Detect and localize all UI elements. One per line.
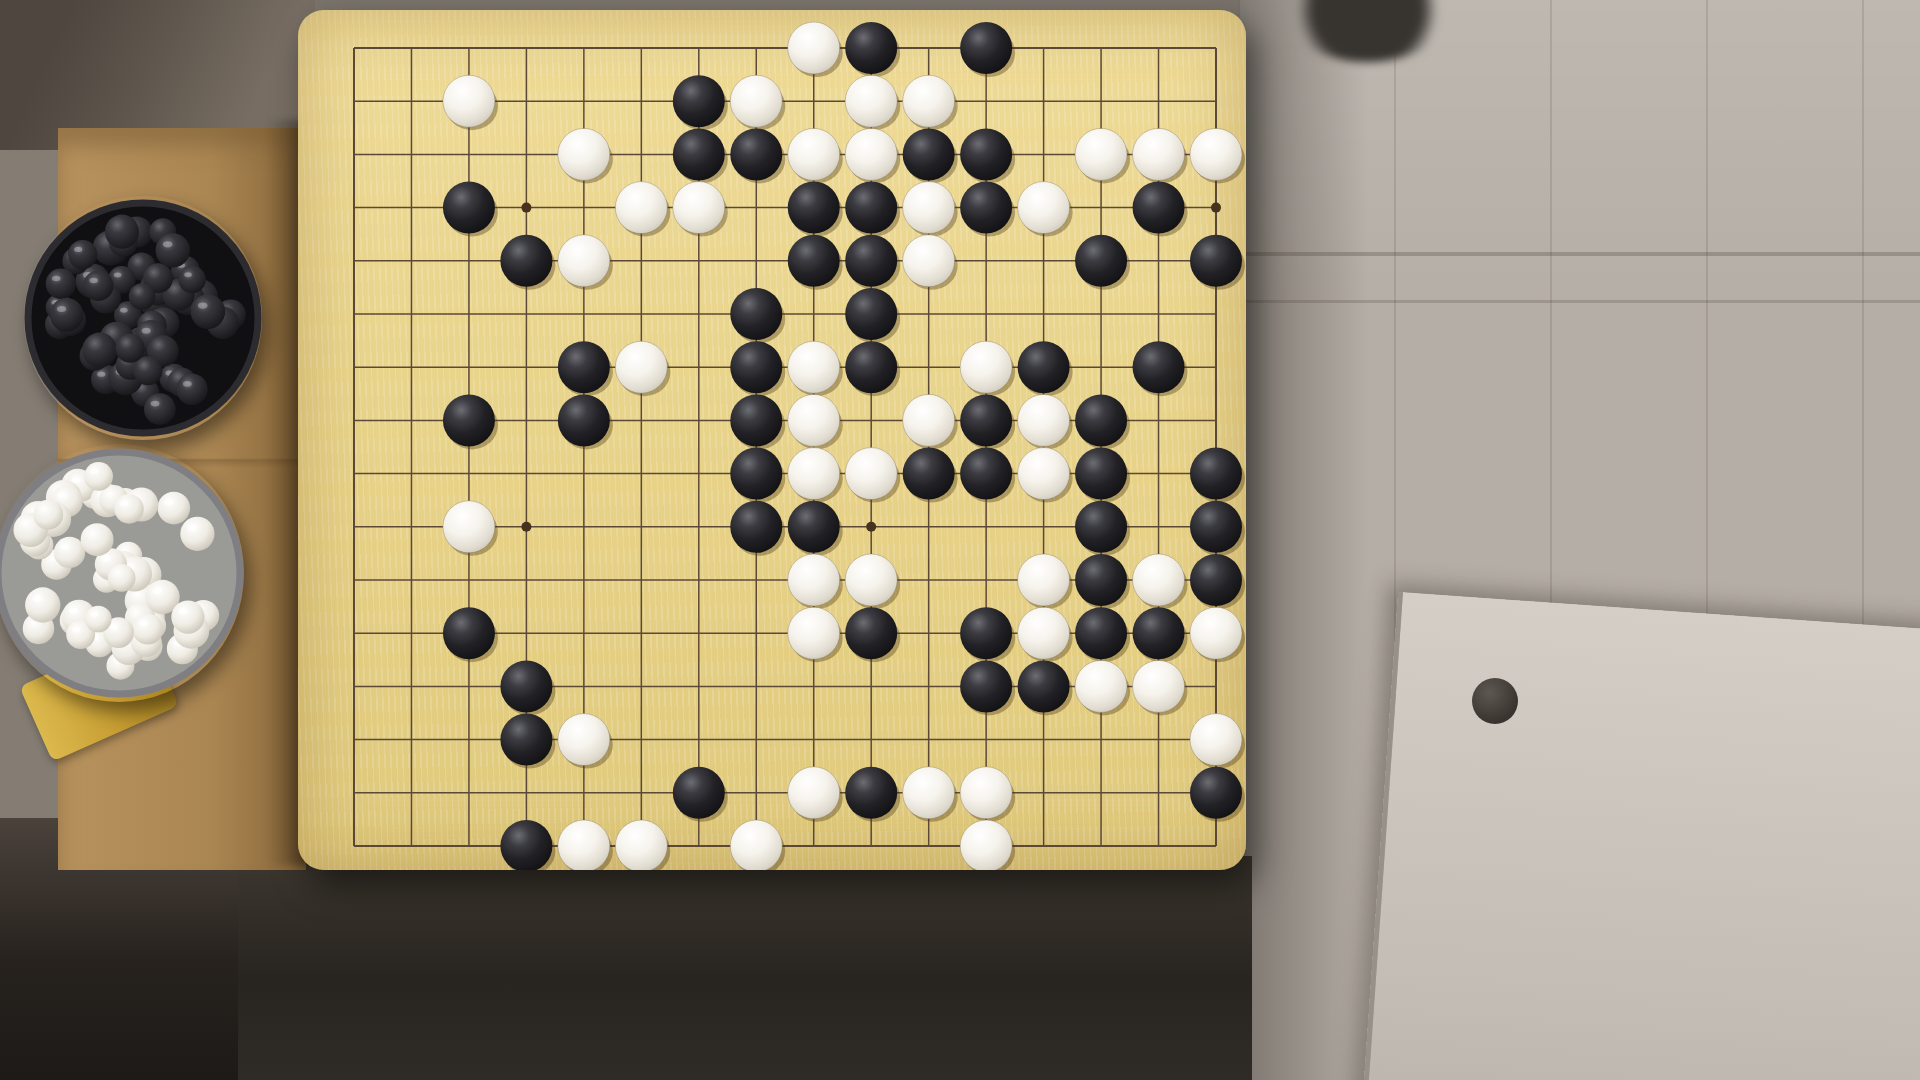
white-stone-in-bowl (114, 494, 144, 524)
black-stone[interactable] (1190, 767, 1242, 819)
black-stone[interactable] (1075, 554, 1127, 606)
black-stone[interactable] (960, 22, 1012, 74)
white-stone-in-bowl (171, 600, 204, 633)
white-stone-in-bowl (81, 523, 114, 556)
black-stone[interactable] (960, 394, 1012, 446)
black-stone-in-bowl (68, 240, 97, 269)
black-stone-in-bowl (156, 233, 190, 267)
black-stone[interactable] (845, 182, 897, 234)
black-stone[interactable] (1075, 607, 1127, 659)
light-panel (1358, 592, 1920, 1080)
star-point (866, 522, 876, 532)
black-stone[interactable] (1018, 341, 1070, 393)
black-stone[interactable] (730, 394, 782, 446)
black-stone[interactable] (1190, 554, 1242, 606)
black-stone-bowl-graphic (24, 196, 262, 440)
black-stone[interactable] (730, 288, 782, 340)
black-stone[interactable] (845, 767, 897, 819)
star-point (521, 522, 531, 532)
black-stone[interactable] (903, 128, 955, 180)
go-board[interactable] (298, 10, 1246, 870)
black-stone[interactable] (558, 341, 610, 393)
black-stone[interactable] (1075, 501, 1127, 553)
black-stone[interactable] (730, 501, 782, 553)
black-stone[interactable] (1075, 448, 1127, 500)
white-stone-bowl-graphic (0, 444, 244, 702)
white-stone-in-bowl (157, 492, 190, 525)
black-stone[interactable] (1133, 607, 1185, 659)
black-stone[interactable] (558, 394, 610, 446)
black-stone[interactable] (500, 660, 552, 712)
black-stone[interactable] (1075, 394, 1127, 446)
go-board-graphic[interactable] (298, 10, 1246, 870)
black-stone[interactable] (960, 660, 1012, 712)
black-stone[interactable] (730, 448, 782, 500)
black-stone[interactable] (788, 182, 840, 234)
black-stone-in-bowl (46, 269, 76, 299)
white-stone-in-bowl (33, 500, 63, 530)
black-stone[interactable] (960, 128, 1012, 180)
black-stone[interactable] (1018, 660, 1070, 712)
black-stone[interactable] (960, 448, 1012, 500)
black-stone-in-bowl (144, 393, 176, 425)
black-stone[interactable] (845, 235, 897, 287)
black-stone-in-bowl (129, 283, 156, 310)
black-stone[interactable] (960, 182, 1012, 234)
star-point (521, 203, 531, 213)
black-stone-in-bowl (176, 374, 207, 405)
white-stone-in-bowl (54, 537, 85, 568)
black-stone[interactable] (443, 607, 495, 659)
black-stone[interactable] (730, 128, 782, 180)
white-stone-in-bowl (132, 614, 163, 645)
black-stone[interactable] (500, 714, 552, 766)
black-stone[interactable] (1190, 501, 1242, 553)
black-stone[interactable] (1190, 235, 1242, 287)
white-stone-in-bowl (85, 606, 112, 633)
black-stone[interactable] (1190, 448, 1242, 500)
black-stone[interactable] (1133, 182, 1185, 234)
black-stone-in-bowl (50, 298, 84, 332)
panel-knob (1472, 678, 1518, 724)
black-stone[interactable] (1133, 341, 1185, 393)
black-stone[interactable] (845, 22, 897, 74)
black-stone-in-bowl (105, 215, 139, 249)
black-stone[interactable] (443, 394, 495, 446)
black-stone[interactable] (673, 128, 725, 180)
black-stone[interactable] (673, 767, 725, 819)
black-stone[interactable] (443, 182, 495, 234)
black-stone[interactable] (500, 235, 552, 287)
white-stone-in-bowl (84, 462, 113, 491)
white-stone-bowl[interactable] (0, 444, 244, 702)
black-stone[interactable] (845, 607, 897, 659)
black-stone-in-bowl (116, 334, 145, 363)
white-stone-in-bowl (180, 517, 214, 551)
black-stone-in-bowl (82, 333, 117, 368)
black-stone[interactable] (903, 448, 955, 500)
black-stone[interactable] (1075, 235, 1127, 287)
black-stone[interactable] (960, 607, 1012, 659)
black-stone-bowl[interactable] (24, 196, 262, 440)
black-stone[interactable] (673, 75, 725, 127)
black-stone-in-bowl (133, 356, 162, 385)
black-stone[interactable] (730, 341, 782, 393)
black-stone-in-bowl (178, 266, 205, 293)
table-shadow-under-board (238, 856, 1252, 1080)
black-stone[interactable] (788, 501, 840, 553)
star-point (1211, 203, 1221, 213)
black-stone[interactable] (500, 820, 552, 870)
photo-scene (0, 0, 1920, 1080)
white-stone-in-bowl (108, 564, 136, 592)
stones (443, 22, 1245, 870)
black-stone[interactable] (845, 341, 897, 393)
white-stone-in-bowl (25, 587, 60, 622)
black-stone[interactable] (788, 235, 840, 287)
black-stone[interactable] (845, 288, 897, 340)
black-stone-in-bowl (191, 294, 226, 329)
black-stone-in-bowl (83, 271, 113, 301)
